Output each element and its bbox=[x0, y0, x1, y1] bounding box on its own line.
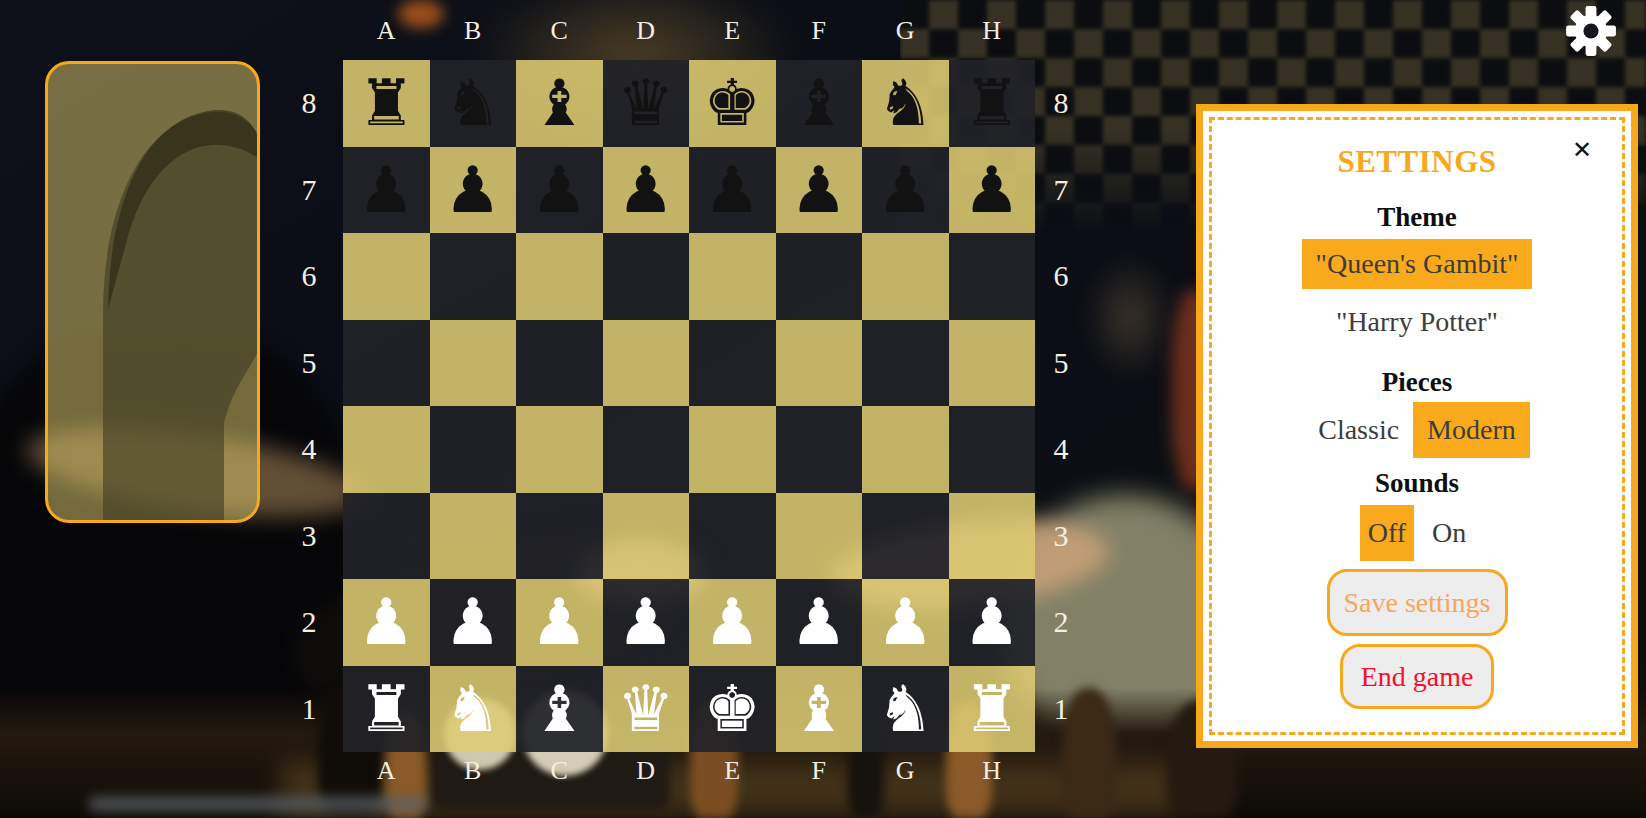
square-c1[interactable]: ♝ bbox=[516, 666, 603, 753]
pieces-option-classic[interactable]: Classic bbox=[1304, 402, 1413, 458]
piece-white-pawn[interactable]: ♟ bbox=[617, 590, 674, 654]
square-a2[interactable]: ♟ bbox=[343, 579, 430, 666]
file-label-a: A bbox=[343, 756, 430, 786]
piece-white-rook[interactable]: ♜ bbox=[358, 677, 415, 741]
rank-label-8: 8 bbox=[1038, 60, 1084, 147]
square-b2[interactable]: ♟ bbox=[430, 579, 517, 666]
square-h5[interactable] bbox=[949, 320, 1036, 407]
square-e1[interactable]: ♚ bbox=[689, 666, 776, 753]
square-c2[interactable]: ♟ bbox=[516, 579, 603, 666]
square-d6[interactable] bbox=[603, 233, 690, 320]
square-d7[interactable]: ♟ bbox=[603, 147, 690, 234]
square-c4[interactable] bbox=[516, 406, 603, 493]
square-g8[interactable]: ♞ bbox=[862, 60, 949, 147]
square-f7[interactable]: ♟ bbox=[776, 147, 863, 234]
piece-white-knight[interactable]: ♞ bbox=[877, 677, 934, 741]
square-d2[interactable]: ♟ bbox=[603, 579, 690, 666]
settings-panel-dashed-border: ✕ SETTINGS Theme "Queen's Gambit" "Harry… bbox=[1209, 117, 1625, 735]
rank-label-5: 5 bbox=[286, 320, 332, 407]
file-label-f: F bbox=[776, 16, 863, 46]
square-h2[interactable]: ♟ bbox=[949, 579, 1036, 666]
file-label-g: G bbox=[862, 16, 949, 46]
rank-labels-right: 87654321 bbox=[1038, 60, 1084, 752]
square-f5[interactable] bbox=[776, 320, 863, 407]
piece-white-pawn[interactable]: ♟ bbox=[358, 590, 415, 654]
square-a7[interactable]: ♟ bbox=[343, 147, 430, 234]
piece-black-pawn[interactable]: ♟ bbox=[704, 158, 761, 222]
chess-board: ♜♞♝♛♚♝♞♜♟♟♟♟♟♟♟♟♟♟♟♟♟♟♟♟♜♞♝♛♚♝♞♜ bbox=[343, 60, 1035, 752]
sounds-options-row: Off On bbox=[1360, 505, 1475, 561]
square-d4[interactable] bbox=[603, 406, 690, 493]
square-g7[interactable]: ♟ bbox=[862, 147, 949, 234]
piece-black-pawn[interactable]: ♟ bbox=[963, 158, 1020, 222]
rank-label-2: 2 bbox=[286, 579, 332, 666]
square-e6[interactable] bbox=[689, 233, 776, 320]
player-card-highlight[interactable] bbox=[45, 61, 260, 523]
background-spectator-face bbox=[1082, 252, 1177, 382]
rank-label-5: 5 bbox=[1038, 320, 1084, 407]
pieces-option-modern[interactable]: Modern bbox=[1413, 402, 1530, 458]
rank-labels-left: 87654321 bbox=[286, 60, 332, 752]
square-h8[interactable]: ♜ bbox=[949, 60, 1036, 147]
settings-gear-button[interactable] bbox=[1565, 5, 1617, 57]
square-g4[interactable] bbox=[862, 406, 949, 493]
file-label-e: E bbox=[689, 16, 776, 46]
square-f2[interactable]: ♟ bbox=[776, 579, 863, 666]
square-d3[interactable] bbox=[603, 493, 690, 580]
rank-label-1: 1 bbox=[286, 666, 332, 753]
rank-label-2: 2 bbox=[1038, 579, 1084, 666]
piece-black-pawn[interactable]: ♟ bbox=[358, 158, 415, 222]
pieces-heading: Pieces bbox=[1382, 367, 1452, 398]
file-label-a: A bbox=[343, 16, 430, 46]
square-b8[interactable]: ♞ bbox=[430, 60, 517, 147]
rank-label-6: 6 bbox=[286, 233, 332, 320]
square-f1[interactable]: ♝ bbox=[776, 666, 863, 753]
square-g5[interactable] bbox=[862, 320, 949, 407]
square-d5[interactable] bbox=[603, 320, 690, 407]
rank-label-3: 3 bbox=[1038, 493, 1084, 580]
piece-white-pawn[interactable]: ♟ bbox=[963, 590, 1020, 654]
square-g3[interactable] bbox=[862, 493, 949, 580]
piece-white-pawn[interactable]: ♟ bbox=[877, 590, 934, 654]
file-label-b: B bbox=[430, 756, 517, 786]
square-h3[interactable] bbox=[949, 493, 1036, 580]
square-e3[interactable] bbox=[689, 493, 776, 580]
square-f4[interactable] bbox=[776, 406, 863, 493]
piece-black-knight[interactable]: ♞ bbox=[444, 71, 501, 135]
pieces-options-row: Classic Modern bbox=[1304, 402, 1530, 458]
piece-black-bishop[interactable]: ♝ bbox=[531, 71, 588, 135]
square-c8[interactable]: ♝ bbox=[516, 60, 603, 147]
piece-white-queen[interactable]: ♛ bbox=[617, 677, 674, 741]
piece-white-king[interactable]: ♚ bbox=[704, 677, 761, 741]
theme-heading: Theme bbox=[1377, 202, 1456, 233]
sounds-option-off[interactable]: Off bbox=[1360, 505, 1414, 561]
piece-white-rook[interactable]: ♜ bbox=[963, 677, 1020, 741]
piece-black-rook[interactable]: ♜ bbox=[358, 71, 415, 135]
square-e5[interactable] bbox=[689, 320, 776, 407]
square-b3[interactable] bbox=[430, 493, 517, 580]
file-label-g: G bbox=[862, 756, 949, 786]
piece-black-rook[interactable]: ♜ bbox=[963, 71, 1020, 135]
rank-label-3: 3 bbox=[286, 493, 332, 580]
gear-icon bbox=[1565, 5, 1617, 57]
square-h7[interactable]: ♟ bbox=[949, 147, 1036, 234]
piece-black-pawn[interactable]: ♟ bbox=[790, 158, 847, 222]
square-d8[interactable]: ♛ bbox=[603, 60, 690, 147]
piece-black-pawn[interactable]: ♟ bbox=[617, 158, 674, 222]
square-h6[interactable] bbox=[949, 233, 1036, 320]
file-label-e: E bbox=[689, 756, 776, 786]
theme-option-queens-gambit[interactable]: "Queen's Gambit" bbox=[1302, 239, 1533, 289]
save-settings-button[interactable]: Save settings bbox=[1327, 569, 1508, 636]
file-label-c: C bbox=[516, 16, 603, 46]
piece-white-knight[interactable]: ♞ bbox=[444, 677, 501, 741]
square-e2[interactable]: ♟ bbox=[689, 579, 776, 666]
file-label-b: B bbox=[430, 16, 517, 46]
piece-black-king[interactable]: ♚ bbox=[704, 71, 761, 135]
rank-label-7: 7 bbox=[1038, 147, 1084, 234]
square-f3[interactable] bbox=[776, 493, 863, 580]
settings-panel: ✕ SETTINGS Theme "Queen's Gambit" "Harry… bbox=[1196, 104, 1638, 748]
square-c3[interactable] bbox=[516, 493, 603, 580]
square-e4[interactable] bbox=[689, 406, 776, 493]
piece-black-pawn[interactable]: ♟ bbox=[531, 158, 588, 222]
square-e7[interactable]: ♟ bbox=[689, 147, 776, 234]
theme-option-harry-potter[interactable]: "Harry Potter" bbox=[1328, 303, 1506, 341]
piece-white-bishop[interactable]: ♝ bbox=[531, 677, 588, 741]
square-c5[interactable] bbox=[516, 320, 603, 407]
file-labels-bottom: ABCDEFGH bbox=[343, 756, 1035, 786]
piece-black-bishop[interactable]: ♝ bbox=[790, 71, 847, 135]
square-a3[interactable] bbox=[343, 493, 430, 580]
square-e8[interactable]: ♚ bbox=[689, 60, 776, 147]
square-a1[interactable]: ♜ bbox=[343, 666, 430, 753]
player-silhouette bbox=[48, 64, 260, 523]
square-a5[interactable] bbox=[343, 320, 430, 407]
piece-white-bishop[interactable]: ♝ bbox=[790, 677, 847, 741]
sounds-option-on[interactable]: On bbox=[1424, 505, 1474, 561]
square-g6[interactable] bbox=[862, 233, 949, 320]
piece-black-queen[interactable]: ♛ bbox=[617, 71, 674, 135]
piece-black-pawn[interactable]: ♟ bbox=[877, 158, 934, 222]
piece-black-pawn[interactable]: ♟ bbox=[444, 158, 501, 222]
square-b6[interactable] bbox=[430, 233, 517, 320]
rank-label-8: 8 bbox=[286, 60, 332, 147]
end-game-button[interactable]: End game bbox=[1340, 644, 1495, 709]
rank-label-4: 4 bbox=[1038, 406, 1084, 493]
piece-white-pawn[interactable]: ♟ bbox=[531, 590, 588, 654]
file-label-h: H bbox=[949, 16, 1036, 46]
square-b4[interactable] bbox=[430, 406, 517, 493]
piece-white-pawn[interactable]: ♟ bbox=[704, 590, 761, 654]
square-f8[interactable]: ♝ bbox=[776, 60, 863, 147]
square-g1[interactable]: ♞ bbox=[862, 666, 949, 753]
file-label-h: H bbox=[949, 756, 1036, 786]
square-c6[interactable] bbox=[516, 233, 603, 320]
rank-label-7: 7 bbox=[286, 147, 332, 234]
square-b7[interactable]: ♟ bbox=[430, 147, 517, 234]
rank-label-4: 4 bbox=[286, 406, 332, 493]
square-b1[interactable]: ♞ bbox=[430, 666, 517, 753]
file-label-d: D bbox=[603, 756, 690, 786]
rank-label-1: 1 bbox=[1038, 666, 1084, 753]
file-labels-top: ABCDEFGH bbox=[343, 16, 1035, 46]
background-light-streak bbox=[88, 796, 428, 812]
square-a6[interactable] bbox=[343, 233, 430, 320]
square-b5[interactable] bbox=[430, 320, 517, 407]
sounds-heading: Sounds bbox=[1375, 468, 1459, 499]
rank-label-6: 6 bbox=[1038, 233, 1084, 320]
piece-white-pawn[interactable]: ♟ bbox=[444, 590, 501, 654]
file-label-c: C bbox=[516, 756, 603, 786]
square-g2[interactable]: ♟ bbox=[862, 579, 949, 666]
square-a4[interactable] bbox=[343, 406, 430, 493]
square-f6[interactable] bbox=[776, 233, 863, 320]
piece-white-pawn[interactable]: ♟ bbox=[790, 590, 847, 654]
piece-black-knight[interactable]: ♞ bbox=[877, 71, 934, 135]
square-d1[interactable]: ♛ bbox=[603, 666, 690, 753]
square-c7[interactable]: ♟ bbox=[516, 147, 603, 234]
close-icon[interactable]: ✕ bbox=[1572, 138, 1592, 162]
settings-title: SETTINGS bbox=[1337, 144, 1496, 180]
square-h1[interactable]: ♜ bbox=[949, 666, 1036, 753]
square-a8[interactable]: ♜ bbox=[343, 60, 430, 147]
file-label-d: D bbox=[603, 16, 690, 46]
square-h4[interactable] bbox=[949, 406, 1036, 493]
file-label-f: F bbox=[776, 756, 863, 786]
